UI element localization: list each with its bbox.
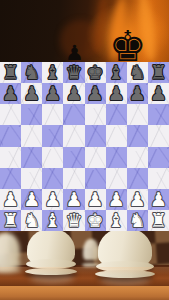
square-d6[interactable] [63, 104, 84, 125]
square-c3[interactable] [42, 168, 63, 189]
black-pawn-piece[interactable]: ♟ [87, 83, 104, 104]
flame-streak [93, 0, 109, 54]
square-c7[interactable]: ♟ [42, 83, 63, 104]
black-pawn-piece[interactable]: ♟ [65, 83, 82, 104]
black-pawn-piece[interactable]: ♟ [2, 83, 19, 104]
square-a5[interactable] [0, 125, 21, 146]
chessboard: ♜♞♝♛♚♝♞♜♟♟♟♟♟♟♟♟♟♟♟♟♟♟♟♟♜♞♝♛♚♝♞♜ [0, 62, 169, 231]
square-e7[interactable]: ♟ [85, 83, 106, 104]
square-d3[interactable] [63, 168, 84, 189]
square-e6[interactable] [85, 104, 106, 125]
square-b7[interactable]: ♟ [21, 83, 42, 104]
square-g5[interactable] [127, 125, 148, 146]
black-rook-piece[interactable]: ♜ [150, 62, 167, 83]
square-f2[interactable]: ♟ [106, 189, 127, 210]
square-a8[interactable]: ♜ [0, 62, 21, 83]
square-b5[interactable] [21, 125, 42, 146]
pawn-silhouette-icon: ♟ [65, 43, 84, 64]
square-a6[interactable] [0, 104, 21, 125]
square-d1[interactable]: ♛ [63, 210, 84, 231]
square-h3[interactable] [148, 168, 169, 189]
square-c6[interactable] [42, 104, 63, 125]
white-bishop-piece[interactable]: ♝ [44, 210, 61, 231]
square-f7[interactable]: ♟ [106, 83, 127, 104]
chess-app-screen: ♟ ♚ ♜♞♝♛♚♝♞♜♟♟♟♟♟♟♟♟♟♟♟♟♟♟♟♟♜♞♝♛♚♝♞♜ [0, 0, 169, 300]
square-d8[interactable]: ♛ [63, 62, 84, 83]
white-knight-piece[interactable]: ♞ [129, 210, 146, 231]
black-queen-piece[interactable]: ♛ [65, 62, 82, 83]
square-d4[interactable] [63, 147, 84, 168]
white-pawn-piece[interactable]: ♟ [87, 189, 104, 210]
square-g8[interactable]: ♞ [127, 62, 148, 83]
apron-gloss [0, 267, 169, 275]
ivory-piece-partial [83, 239, 99, 267]
square-a1[interactable]: ♜ [0, 210, 21, 231]
square-a7[interactable]: ♟ [0, 83, 21, 104]
square-g7[interactable]: ♟ [127, 83, 148, 104]
square-b4[interactable] [21, 147, 42, 168]
square-h1[interactable]: ♜ [148, 210, 169, 231]
black-bishop-piece[interactable]: ♝ [44, 62, 61, 83]
square-f4[interactable] [106, 147, 127, 168]
square-f1[interactable]: ♝ [106, 210, 127, 231]
white-rook-piece[interactable]: ♜ [150, 210, 167, 231]
square-g6[interactable] [127, 104, 148, 125]
square-g3[interactable] [127, 168, 148, 189]
white-knight-piece[interactable]: ♞ [23, 210, 40, 231]
white-pawn-piece[interactable]: ♟ [150, 189, 167, 210]
black-bishop-piece[interactable]: ♝ [108, 62, 125, 83]
square-h8[interactable]: ♜ [148, 62, 169, 83]
square-f5[interactable] [106, 125, 127, 146]
square-c4[interactable] [42, 147, 63, 168]
square-h7[interactable]: ♟ [148, 83, 169, 104]
square-e2[interactable]: ♟ [85, 189, 106, 210]
fireplace-background: ♟ ♚ [0, 0, 169, 62]
black-pawn-piece[interactable]: ♟ [150, 83, 167, 104]
square-d7[interactable]: ♟ [63, 83, 84, 104]
square-h5[interactable] [148, 125, 169, 146]
white-queen-piece[interactable]: ♛ [65, 210, 82, 231]
square-e4[interactable] [85, 147, 106, 168]
square-d2[interactable]: ♟ [63, 189, 84, 210]
black-pawn-piece[interactable]: ♟ [44, 83, 61, 104]
square-c2[interactable]: ♟ [42, 189, 63, 210]
white-king-piece[interactable]: ♚ [87, 210, 104, 231]
square-g2[interactable]: ♟ [127, 189, 148, 210]
white-pawn-piece[interactable]: ♟ [108, 189, 125, 210]
white-bishop-piece[interactable]: ♝ [108, 210, 125, 231]
square-d5[interactable] [63, 125, 84, 146]
black-knight-piece[interactable]: ♞ [23, 62, 40, 83]
black-knight-piece[interactable]: ♞ [129, 62, 146, 83]
white-pawn-piece[interactable]: ♟ [2, 189, 19, 210]
white-pawn-piece[interactable]: ♟ [65, 189, 82, 210]
square-c8[interactable]: ♝ [42, 62, 63, 83]
square-f8[interactable]: ♝ [106, 62, 127, 83]
black-king-piece[interactable]: ♚ [87, 62, 104, 83]
square-b2[interactable]: ♟ [21, 189, 42, 210]
square-h6[interactable] [148, 104, 169, 125]
square-c1[interactable]: ♝ [42, 210, 63, 231]
square-a4[interactable] [0, 147, 21, 168]
black-pawn-piece[interactable]: ♟ [23, 83, 40, 104]
square-h4[interactable] [148, 147, 169, 168]
square-c5[interactable] [42, 125, 63, 146]
white-rook-piece[interactable]: ♜ [2, 210, 19, 231]
wooden-rail [0, 286, 169, 300]
square-b6[interactable] [21, 104, 42, 125]
foreground-photo [0, 231, 169, 300]
square-f6[interactable] [106, 104, 127, 125]
square-e3[interactable] [85, 168, 106, 189]
square-b3[interactable] [21, 168, 42, 189]
white-pawn-piece[interactable]: ♟ [44, 189, 61, 210]
white-pawn-piece[interactable]: ♟ [23, 189, 40, 210]
square-b8[interactable]: ♞ [21, 62, 42, 83]
black-pawn-piece[interactable]: ♟ [108, 83, 125, 104]
square-a3[interactable] [0, 168, 21, 189]
black-rook-piece[interactable]: ♜ [2, 62, 19, 83]
black-pawn-piece[interactable]: ♟ [129, 83, 146, 104]
square-e8[interactable]: ♚ [85, 62, 106, 83]
square-a2[interactable]: ♟ [0, 189, 21, 210]
white-pawn-piece[interactable]: ♟ [129, 189, 146, 210]
square-b1[interactable]: ♞ [21, 210, 42, 231]
square-g4[interactable] [127, 147, 148, 168]
square-g1[interactable]: ♞ [127, 210, 148, 231]
square-e5[interactable] [85, 125, 106, 146]
square-e1[interactable]: ♚ [85, 210, 106, 231]
square-h2[interactable]: ♟ [148, 189, 169, 210]
square-f3[interactable] [106, 168, 127, 189]
